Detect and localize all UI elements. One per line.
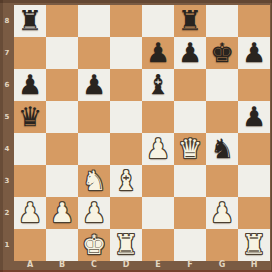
- square-h2[interactable]: [238, 197, 270, 229]
- black-pawn[interactable]: ♟: [238, 101, 270, 133]
- square-f1[interactable]: [174, 229, 206, 261]
- black-pawn[interactable]: ♟: [78, 69, 110, 101]
- square-d8[interactable]: [110, 5, 142, 37]
- square-e4[interactable]: ♟: [142, 133, 174, 165]
- rank-label-4: 4: [0, 133, 14, 165]
- file-label-g: G: [206, 259, 238, 272]
- rank-label-5: 5: [0, 101, 14, 133]
- black-bishop[interactable]: ♝: [142, 69, 174, 101]
- square-g4[interactable]: ♞: [206, 133, 238, 165]
- square-d2[interactable]: [110, 197, 142, 229]
- square-e3[interactable]: [142, 165, 174, 197]
- square-c3[interactable]: ♞: [78, 165, 110, 197]
- square-f8[interactable]: ♜: [174, 5, 206, 37]
- file-label-d: D: [110, 259, 142, 272]
- square-e8[interactable]: [142, 5, 174, 37]
- square-f7[interactable]: ♟: [174, 37, 206, 69]
- square-d7[interactable]: [110, 37, 142, 69]
- square-f6[interactable]: [174, 69, 206, 101]
- square-f2[interactable]: [174, 197, 206, 229]
- square-b5[interactable]: [46, 101, 78, 133]
- square-e2[interactable]: [142, 197, 174, 229]
- square-d1[interactable]: ♜: [110, 229, 142, 261]
- black-knight[interactable]: ♞: [206, 133, 238, 165]
- square-b6[interactable]: [46, 69, 78, 101]
- black-rook[interactable]: ♜: [14, 5, 46, 37]
- white-rook[interactable]: ♜: [110, 229, 142, 261]
- square-a4[interactable]: [14, 133, 46, 165]
- square-c1[interactable]: ♚: [78, 229, 110, 261]
- black-pawn[interactable]: ♟: [14, 69, 46, 101]
- white-rook[interactable]: ♜: [238, 229, 270, 261]
- square-g3[interactable]: [206, 165, 238, 197]
- square-f4[interactable]: ♛: [174, 133, 206, 165]
- square-c7[interactable]: [78, 37, 110, 69]
- square-e6[interactable]: ♝: [142, 69, 174, 101]
- file-label-b: B: [46, 259, 78, 272]
- square-g5[interactable]: [206, 101, 238, 133]
- square-c2[interactable]: ♟: [78, 197, 110, 229]
- black-pawn[interactable]: ♟: [238, 37, 270, 69]
- square-d5[interactable]: [110, 101, 142, 133]
- white-pawn[interactable]: ♟: [14, 197, 46, 229]
- square-g6[interactable]: [206, 69, 238, 101]
- square-g2[interactable]: ♟: [206, 197, 238, 229]
- square-g7[interactable]: ♚: [206, 37, 238, 69]
- white-pawn[interactable]: ♟: [78, 197, 110, 229]
- square-h6[interactable]: [238, 69, 270, 101]
- white-pawn[interactable]: ♟: [142, 133, 174, 165]
- square-e5[interactable]: [142, 101, 174, 133]
- chess-board-frame: 87654321 ♜♜♟♟♚♟♟♟♝♛♟♟♛♞♞♝♟♟♟♟♚♜♜ ABCDEFG…: [0, 0, 272, 272]
- file-label-c: C: [78, 259, 110, 272]
- square-g1[interactable]: [206, 229, 238, 261]
- file-label-e: E: [142, 259, 174, 272]
- white-bishop[interactable]: ♝: [110, 165, 142, 197]
- rank-labels: 87654321: [0, 5, 14, 261]
- black-pawn[interactable]: ♟: [142, 37, 174, 69]
- square-a7[interactable]: [14, 37, 46, 69]
- black-king[interactable]: ♚: [206, 37, 238, 69]
- file-labels: ABCDEFGH: [14, 259, 270, 272]
- chess-board: ♜♜♟♟♚♟♟♟♝♛♟♟♛♞♞♝♟♟♟♟♚♜♜: [14, 5, 270, 261]
- square-a3[interactable]: [14, 165, 46, 197]
- square-g8[interactable]: [206, 5, 238, 37]
- white-knight[interactable]: ♞: [78, 165, 110, 197]
- square-d4[interactable]: [110, 133, 142, 165]
- square-h5[interactable]: ♟: [238, 101, 270, 133]
- square-e1[interactable]: [142, 229, 174, 261]
- square-c6[interactable]: ♟: [78, 69, 110, 101]
- square-c5[interactable]: [78, 101, 110, 133]
- square-a8[interactable]: ♜: [14, 5, 46, 37]
- rank-label-8: 8: [0, 5, 14, 37]
- white-pawn[interactable]: ♟: [46, 197, 78, 229]
- white-pawn[interactable]: ♟: [206, 197, 238, 229]
- square-b4[interactable]: [46, 133, 78, 165]
- rank-label-2: 2: [0, 197, 14, 229]
- square-c8[interactable]: [78, 5, 110, 37]
- square-h7[interactable]: ♟: [238, 37, 270, 69]
- white-queen[interactable]: ♛: [174, 133, 206, 165]
- square-d3[interactable]: ♝: [110, 165, 142, 197]
- white-king[interactable]: ♚: [78, 229, 110, 261]
- square-h8[interactable]: [238, 5, 270, 37]
- black-rook[interactable]: ♜: [174, 5, 206, 37]
- square-h1[interactable]: ♜: [238, 229, 270, 261]
- rank-label-7: 7: [0, 37, 14, 69]
- square-b2[interactable]: ♟: [46, 197, 78, 229]
- square-a5[interactable]: ♛: [14, 101, 46, 133]
- square-b8[interactable]: [46, 5, 78, 37]
- rank-label-1: 1: [0, 229, 14, 261]
- square-d6[interactable]: [110, 69, 142, 101]
- square-e7[interactable]: ♟: [142, 37, 174, 69]
- black-pawn[interactable]: ♟: [174, 37, 206, 69]
- square-b3[interactable]: [46, 165, 78, 197]
- rank-label-6: 6: [0, 69, 14, 101]
- rank-label-3: 3: [0, 165, 14, 197]
- square-b7[interactable]: [46, 37, 78, 69]
- square-a1[interactable]: [14, 229, 46, 261]
- file-label-a: A: [14, 259, 46, 272]
- square-b1[interactable]: [46, 229, 78, 261]
- square-f5[interactable]: [174, 101, 206, 133]
- square-f3[interactable]: [174, 165, 206, 197]
- square-c4[interactable]: [78, 133, 110, 165]
- square-a6[interactable]: ♟: [14, 69, 46, 101]
- black-queen[interactable]: ♛: [14, 101, 46, 133]
- square-a2[interactable]: ♟: [14, 197, 46, 229]
- square-h4[interactable]: [238, 133, 270, 165]
- file-label-f: F: [174, 259, 206, 272]
- square-h3[interactable]: [238, 165, 270, 197]
- file-label-h: H: [238, 259, 270, 272]
